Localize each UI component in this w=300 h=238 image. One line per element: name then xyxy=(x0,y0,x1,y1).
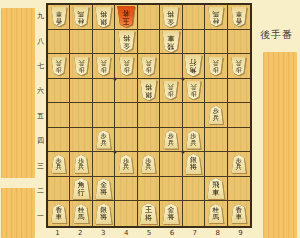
piece-stand-left-top xyxy=(1,8,35,178)
piece-kanji: 桂 xyxy=(213,17,220,24)
piece-kanji: 将 xyxy=(100,214,107,221)
file-label: 5 xyxy=(138,227,161,238)
piece-kanji: 行 xyxy=(190,58,197,65)
piece-kanji: 兵 xyxy=(236,164,242,170)
piece-kanji: 車 xyxy=(235,214,242,221)
piece-sente-pawn[interactable]: 歩兵 xyxy=(231,57,246,76)
square-1-9[interactable]: 香車 xyxy=(48,5,70,30)
piece-kanji: 車 xyxy=(235,10,242,17)
square-5-1[interactable]: 王将 xyxy=(138,201,160,226)
square-2-1[interactable]: 桂馬 xyxy=(70,201,92,226)
file-label: 8 xyxy=(206,227,229,238)
rank-label: 五 xyxy=(35,103,46,128)
piece-kanji: 将 xyxy=(167,214,174,221)
square-6-1[interactable]: 金将 xyxy=(160,201,182,226)
piece-gote-pawn[interactable]: 歩兵 xyxy=(74,155,89,174)
square-7-3[interactable]: 銀将 xyxy=(183,152,205,177)
square-5-5[interactable] xyxy=(138,103,160,128)
piece-gote-pawn[interactable]: 歩兵 xyxy=(119,155,134,174)
square-9-4[interactable] xyxy=(228,128,250,153)
rank-label: 四 xyxy=(35,128,46,153)
piece-gote-rook[interactable]: 飛車 xyxy=(207,178,225,200)
square-4-2[interactable] xyxy=(115,177,137,202)
board-grid: 香車桂馬銀将玉将金将桂馬香車金将飛車歩兵歩兵歩兵歩兵歩兵角行歩兵歩兵銀将歩兵歩兵… xyxy=(46,3,252,228)
square-4-4[interactable] xyxy=(115,128,137,153)
rank-label: 七 xyxy=(35,53,46,78)
piece-gote-pawn[interactable]: 歩兵 xyxy=(96,130,111,149)
piece-kanji: 兵 xyxy=(100,140,106,146)
piece-gote-lance[interactable]: 香車 xyxy=(51,204,67,224)
square-5-6[interactable]: 銀将 xyxy=(138,79,160,104)
square-9-3[interactable]: 歩兵 xyxy=(228,152,250,177)
square-4-8[interactable]: 金将 xyxy=(115,30,137,55)
piece-sente-silver[interactable]: 銀将 xyxy=(140,80,157,101)
rank-label: 六 xyxy=(35,78,46,103)
piece-sente-bishop[interactable]: 角行 xyxy=(184,55,202,77)
piece-kanji: 馬 xyxy=(78,214,85,221)
square-4-5[interactable] xyxy=(115,103,137,128)
piece-kanji: 飛 xyxy=(167,42,174,49)
square-8-7[interactable]: 歩兵 xyxy=(205,54,227,79)
square-2-9[interactable]: 桂馬 xyxy=(70,5,92,30)
piece-kanji: 兵 xyxy=(123,164,129,170)
rank-label: 二 xyxy=(35,178,46,203)
square-3-2[interactable]: 金将 xyxy=(93,177,115,202)
square-6-7[interactable] xyxy=(160,54,182,79)
rank-label: 一 xyxy=(35,203,46,228)
rank-label: 八 xyxy=(35,28,46,53)
piece-sente-lance[interactable]: 香車 xyxy=(51,7,67,27)
piece-kanji: 歩 xyxy=(78,66,84,72)
square-9-6[interactable] xyxy=(228,79,250,104)
square-5-7[interactable]: 歩兵 xyxy=(138,54,160,79)
piece-kanji: 車 xyxy=(212,189,219,196)
piece-kanji: 玉 xyxy=(122,17,129,24)
square-1-7[interactable]: 歩兵 xyxy=(48,54,70,79)
piece-kanji: 将 xyxy=(145,83,152,90)
square-8-5[interactable]: 歩兵 xyxy=(205,103,227,128)
file-label: 4 xyxy=(115,227,138,238)
square-1-4[interactable] xyxy=(48,128,70,153)
piece-kanji: 兵 xyxy=(78,164,84,170)
file-label: 2 xyxy=(69,227,92,238)
square-2-4[interactable] xyxy=(70,128,92,153)
piece-sente-knight[interactable]: 桂馬 xyxy=(73,7,89,27)
square-9-8[interactable] xyxy=(228,30,250,55)
piece-kanji: 歩 xyxy=(145,66,151,72)
file-labels: 123456789 xyxy=(46,227,252,238)
piece-kanji: 兵 xyxy=(78,59,84,65)
piece-kanji: 馬 xyxy=(78,10,85,17)
piece-kanji: 車 xyxy=(167,34,174,41)
square-4-7[interactable]: 歩兵 xyxy=(115,54,137,79)
rank-label: 九 xyxy=(35,3,46,28)
piece-kanji: 金 xyxy=(168,17,175,24)
piece-kanji: 角 xyxy=(190,66,197,73)
square-1-2[interactable] xyxy=(48,177,70,202)
square-3-9[interactable]: 銀将 xyxy=(93,5,115,30)
piece-gote-bishop[interactable]: 角行 xyxy=(72,178,90,200)
piece-kanji: 将 xyxy=(123,34,130,41)
square-8-9[interactable]: 桂馬 xyxy=(205,5,227,30)
piece-kanji: 銀 xyxy=(100,17,107,24)
piece-sente-knight[interactable]: 桂馬 xyxy=(208,7,224,27)
piece-kanji: 将 xyxy=(190,164,197,171)
square-7-6[interactable]: 歩兵 xyxy=(183,79,205,104)
square-6-3[interactable] xyxy=(160,152,182,177)
square-6-5[interactable] xyxy=(160,103,182,128)
piece-kanji: 桂 xyxy=(78,17,85,24)
square-3-8[interactable] xyxy=(93,30,115,55)
piece-gote-pawn[interactable]: 歩兵 xyxy=(51,155,66,174)
piece-kanji: 銀 xyxy=(145,91,152,98)
piece-kanji: 馬 xyxy=(213,10,220,17)
square-2-7[interactable]: 歩兵 xyxy=(70,54,92,79)
piece-gote-knight[interactable]: 桂馬 xyxy=(73,204,89,224)
piece-sente-pawn[interactable]: 歩兵 xyxy=(74,57,89,76)
piece-kanji: 兵 xyxy=(190,84,196,90)
piece-kanji: 兵 xyxy=(213,115,219,121)
piece-kanji: 兵 xyxy=(236,59,242,65)
square-6-9[interactable]: 金将 xyxy=(160,5,182,30)
piece-sente-pawn[interactable]: 歩兵 xyxy=(96,57,111,76)
piece-kanji: 兵 xyxy=(190,140,196,146)
square-6-6[interactable]: 歩兵 xyxy=(160,79,182,104)
piece-kanji: 将 xyxy=(100,189,107,196)
piece-kanji: 香 xyxy=(235,17,242,24)
piece-kanji: 車 xyxy=(55,10,62,17)
piece-gote-knight[interactable]: 桂馬 xyxy=(208,204,224,224)
piece-kanji: 兵 xyxy=(100,59,106,65)
piece-sente-lance[interactable]: 香車 xyxy=(231,7,247,27)
rank-labels: 九八七六五四三二一 xyxy=(35,3,46,228)
piece-gote-pawn[interactable]: 歩兵 xyxy=(231,155,246,174)
piece-stand-right xyxy=(263,52,297,238)
square-9-2[interactable] xyxy=(228,177,250,202)
square-3-5[interactable] xyxy=(93,103,115,128)
square-7-9[interactable] xyxy=(183,5,205,30)
square-4-1[interactable] xyxy=(115,201,137,226)
square-1-5[interactable] xyxy=(48,103,70,128)
square-9-5[interactable] xyxy=(228,103,250,128)
square-2-6[interactable] xyxy=(70,79,92,104)
piece-sente-silver[interactable]: 銀将 xyxy=(95,7,112,28)
square-3-1[interactable]: 銀将 xyxy=(93,201,115,226)
piece-sente-pawn[interactable]: 歩兵 xyxy=(141,57,156,76)
piece-gote-silver[interactable]: 銀将 xyxy=(95,203,112,224)
piece-sente-pawn[interactable]: 歩兵 xyxy=(51,57,66,76)
square-8-4[interactable] xyxy=(205,128,227,153)
square-4-3[interactable]: 歩兵 xyxy=(115,152,137,177)
piece-kanji: 兵 xyxy=(123,59,129,65)
piece-kanji: 香 xyxy=(55,17,62,24)
square-8-2[interactable]: 飛車 xyxy=(205,177,227,202)
square-5-4[interactable] xyxy=(138,128,160,153)
piece-kanji: 車 xyxy=(55,214,62,221)
square-4-9[interactable]: 玉将 xyxy=(115,5,137,30)
square-7-8[interactable] xyxy=(183,30,205,55)
piece-kanji: 歩 xyxy=(100,66,106,72)
piece-sente-pawn[interactable]: 歩兵 xyxy=(163,81,178,100)
piece-gote-pawn[interactable]: 歩兵 xyxy=(163,130,178,149)
square-1-3[interactable]: 歩兵 xyxy=(48,152,70,177)
piece-gote-king[interactable]: 王将 xyxy=(139,203,157,225)
rank-label: 三 xyxy=(35,153,46,178)
piece-gote-gold[interactable]: 金将 xyxy=(162,203,179,224)
file-label: 1 xyxy=(46,227,69,238)
piece-kanji: 兵 xyxy=(168,140,174,146)
piece-gote-pawn[interactable]: 歩兵 xyxy=(141,155,156,174)
square-3-4[interactable]: 歩兵 xyxy=(93,128,115,153)
square-2-8[interactable] xyxy=(70,30,92,55)
square-8-8[interactable] xyxy=(205,30,227,55)
piece-gote-lance[interactable]: 香車 xyxy=(231,204,247,224)
square-3-6[interactable] xyxy=(93,79,115,104)
square-5-3[interactable]: 歩兵 xyxy=(138,152,160,177)
square-7-1[interactable] xyxy=(183,201,205,226)
square-7-2[interactable] xyxy=(183,177,205,202)
piece-kanji: 兵 xyxy=(168,84,174,90)
piece-kanji: 行 xyxy=(78,189,85,196)
piece-gote-gold[interactable]: 金将 xyxy=(95,178,112,199)
piece-kanji: 将 xyxy=(100,10,107,17)
file-label: 7 xyxy=(183,227,206,238)
file-label: 6 xyxy=(160,227,183,238)
piece-sente-king[interactable]: 玉将 xyxy=(117,6,135,28)
square-2-3[interactable]: 歩兵 xyxy=(70,152,92,177)
square-9-7[interactable]: 歩兵 xyxy=(228,54,250,79)
piece-sente-pawn[interactable]: 歩兵 xyxy=(186,81,201,100)
piece-kanji: 将 xyxy=(122,9,129,16)
piece-kanji: 兵 xyxy=(56,164,62,170)
piece-kanji: 兵 xyxy=(145,164,151,170)
piece-kanji: 歩 xyxy=(190,91,196,97)
piece-gote-pawn[interactable]: 歩兵 xyxy=(186,130,201,149)
piece-sente-pawn[interactable]: 歩兵 xyxy=(119,57,134,76)
piece-kanji: 歩 xyxy=(168,91,174,97)
square-3-7[interactable]: 歩兵 xyxy=(93,54,115,79)
piece-kanji: 兵 xyxy=(213,59,219,65)
piece-kanji: 兵 xyxy=(145,59,151,65)
piece-gote-silver[interactable]: 銀将 xyxy=(185,154,202,175)
square-7-7[interactable]: 角行 xyxy=(183,54,205,79)
square-2-5[interactable] xyxy=(70,103,92,128)
piece-kanji: 歩 xyxy=(213,66,219,72)
file-label: 9 xyxy=(229,227,252,238)
piece-stand-left-bottom xyxy=(1,188,35,238)
square-7-4[interactable]: 歩兵 xyxy=(183,128,205,153)
file-label: 3 xyxy=(92,227,115,238)
square-4-6[interactable] xyxy=(115,79,137,104)
piece-gote-pawn[interactable]: 歩兵 xyxy=(208,106,223,125)
square-1-8[interactable] xyxy=(48,30,70,55)
piece-kanji: 馬 xyxy=(213,214,220,221)
square-6-2[interactable] xyxy=(160,177,182,202)
square-9-1[interactable]: 香車 xyxy=(228,201,250,226)
piece-sente-gold[interactable]: 金将 xyxy=(162,7,179,28)
piece-sente-pawn[interactable]: 歩兵 xyxy=(208,57,223,76)
square-1-6[interactable] xyxy=(48,79,70,104)
piece-kanji: 兵 xyxy=(56,59,62,65)
piece-kanji: 金 xyxy=(123,42,130,49)
square-3-3[interactable] xyxy=(93,152,115,177)
square-9-9[interactable]: 香車 xyxy=(228,5,250,30)
square-6-8[interactable]: 飛車 xyxy=(160,30,182,55)
piece-kanji: 歩 xyxy=(236,66,242,72)
square-5-2[interactable] xyxy=(138,177,160,202)
square-1-1[interactable]: 香車 xyxy=(48,201,70,226)
square-8-3[interactable] xyxy=(205,152,227,177)
square-8-6[interactable] xyxy=(205,79,227,104)
piece-kanji: 将 xyxy=(145,214,152,221)
square-6-4[interactable]: 歩兵 xyxy=(160,128,182,153)
square-5-8[interactable] xyxy=(138,30,160,55)
piece-sente-rook[interactable]: 飛車 xyxy=(162,31,180,53)
square-7-5[interactable] xyxy=(183,103,205,128)
piece-sente-gold[interactable]: 金将 xyxy=(118,31,135,52)
piece-kanji: 歩 xyxy=(123,66,129,72)
square-2-2[interactable]: 角行 xyxy=(70,177,92,202)
piece-kanji: 歩 xyxy=(56,66,62,72)
turn-indicator: 後手番 xyxy=(260,28,300,42)
square-5-9[interactable] xyxy=(138,5,160,30)
piece-kanji: 将 xyxy=(168,10,175,17)
square-8-1[interactable]: 桂馬 xyxy=(205,201,227,226)
